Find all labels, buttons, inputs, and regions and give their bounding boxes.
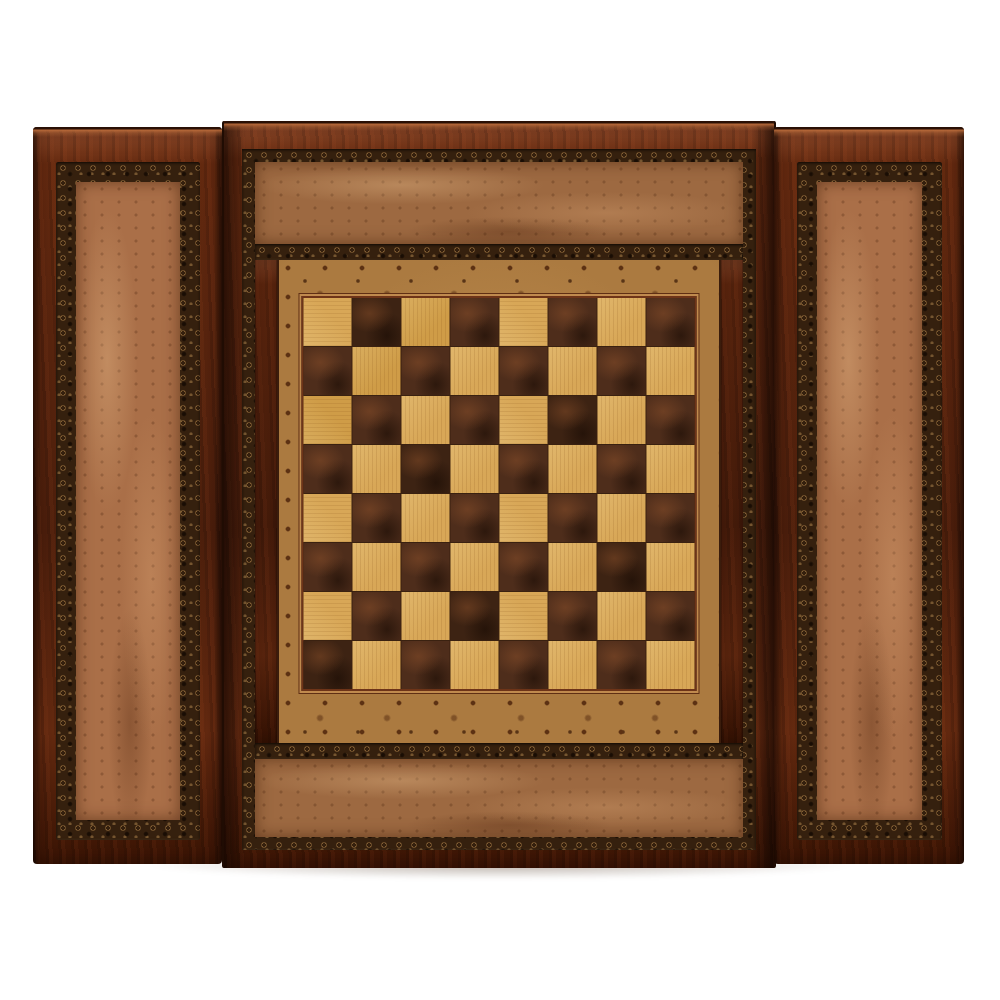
square-b5 — [353, 445, 401, 493]
square-d5 — [451, 445, 499, 493]
center-panel — [222, 121, 776, 868]
square-h8 — [647, 298, 695, 346]
square-b1 — [353, 641, 401, 689]
scroll-border-left-flap — [56, 162, 200, 840]
square-b3 — [353, 543, 401, 591]
board-field — [255, 260, 743, 743]
square-a4 — [304, 494, 352, 542]
square-f4 — [549, 494, 597, 542]
square-a2 — [304, 592, 352, 640]
square-d8 — [451, 298, 499, 346]
square-f1 — [549, 641, 597, 689]
square-c3 — [402, 543, 450, 591]
center-inlay — [255, 162, 743, 837]
square-f5 — [549, 445, 597, 493]
square-e3 — [500, 543, 548, 591]
leather-band-top — [255, 162, 743, 244]
right-flap-panel — [774, 127, 964, 864]
product-photo — [0, 0, 1000, 1000]
square-d4 — [451, 494, 499, 542]
square-c1 — [402, 641, 450, 689]
square-c7 — [402, 347, 450, 395]
leather-band-bottom — [255, 759, 743, 837]
square-f3 — [549, 543, 597, 591]
square-g4 — [598, 494, 646, 542]
square-b7 — [353, 347, 401, 395]
apron-margin-right — [719, 260, 743, 743]
square-h3 — [647, 543, 695, 591]
square-g2 — [598, 592, 646, 640]
square-c2 — [402, 592, 450, 640]
square-a5 — [304, 445, 352, 493]
leather-inset-right-flap — [817, 182, 922, 820]
square-e6 — [500, 396, 548, 444]
apron-margin-left — [255, 260, 279, 743]
square-b2 — [353, 592, 401, 640]
square-b8 — [353, 298, 401, 346]
square-e5 — [500, 445, 548, 493]
square-e4 — [500, 494, 548, 542]
square-c5 — [402, 445, 450, 493]
square-g3 — [598, 543, 646, 591]
square-e2 — [500, 592, 548, 640]
square-f2 — [549, 592, 597, 640]
square-d2 — [451, 592, 499, 640]
square-e8 — [500, 298, 548, 346]
square-g8 — [598, 298, 646, 346]
square-d7 — [451, 347, 499, 395]
square-h1 — [647, 641, 695, 689]
square-a1 — [304, 641, 352, 689]
square-h5 — [647, 445, 695, 493]
square-e7 — [500, 347, 548, 395]
square-h6 — [647, 396, 695, 444]
square-h4 — [647, 494, 695, 542]
burl-apron — [279, 260, 719, 743]
square-g1 — [598, 641, 646, 689]
square-c8 — [402, 298, 450, 346]
square-a8 — [304, 298, 352, 346]
scroll-divider-top — [255, 244, 743, 260]
square-d6 — [451, 396, 499, 444]
square-a6 — [304, 396, 352, 444]
chessboard — [302, 296, 697, 691]
square-h7 — [647, 347, 695, 395]
square-e1 — [500, 641, 548, 689]
square-c6 — [402, 396, 450, 444]
square-f6 — [549, 396, 597, 444]
square-g5 — [598, 445, 646, 493]
leather-inset-left-flap — [76, 182, 180, 820]
scroll-border-center — [242, 149, 756, 850]
square-g7 — [598, 347, 646, 395]
square-a7 — [304, 347, 352, 395]
square-f8 — [549, 298, 597, 346]
square-g6 — [598, 396, 646, 444]
scroll-border-right-flap — [797, 162, 942, 840]
square-c4 — [402, 494, 450, 542]
square-d1 — [451, 641, 499, 689]
square-f7 — [549, 347, 597, 395]
square-b4 — [353, 494, 401, 542]
square-d3 — [451, 543, 499, 591]
square-a3 — [304, 543, 352, 591]
square-b6 — [353, 396, 401, 444]
left-flap-panel — [33, 127, 222, 864]
scroll-divider-bottom — [255, 743, 743, 759]
square-h2 — [647, 592, 695, 640]
